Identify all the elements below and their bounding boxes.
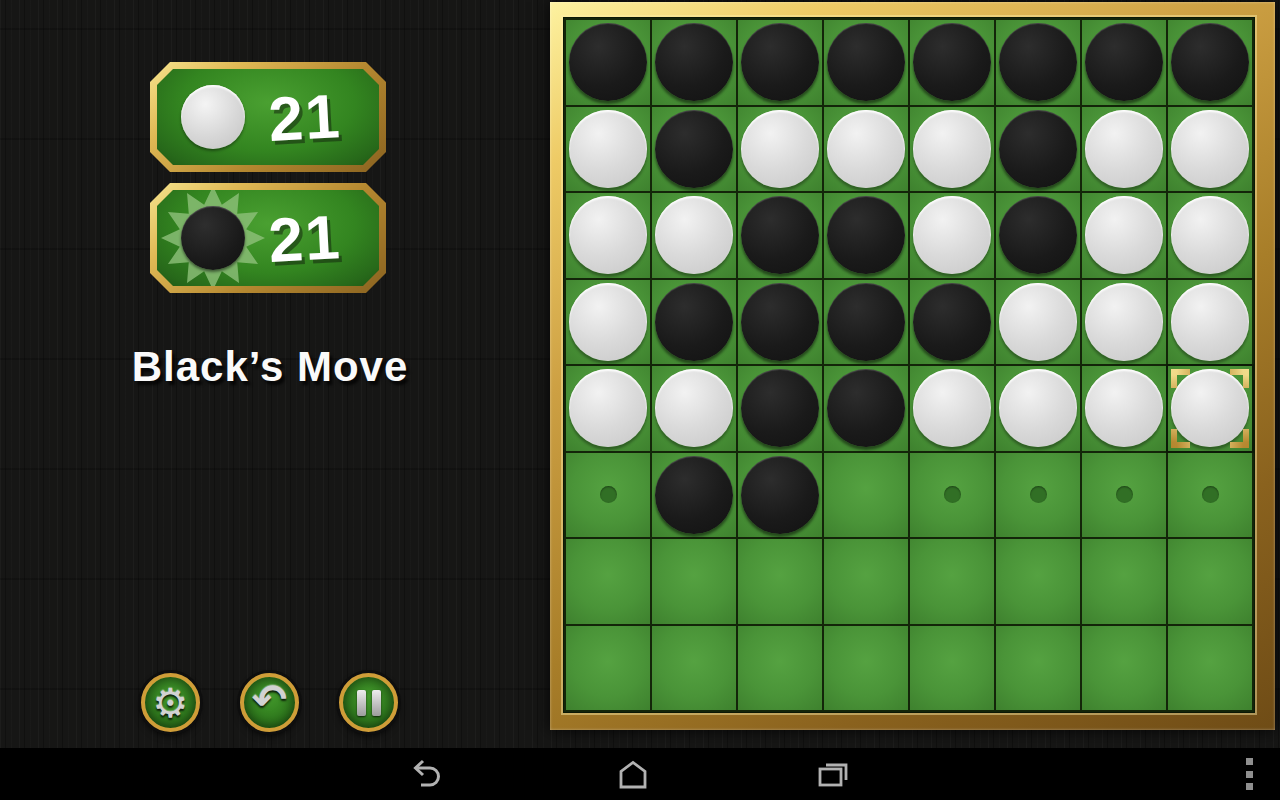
white-disc xyxy=(1171,196,1248,274)
black-disc xyxy=(999,110,1076,188)
board-cell-e6[interactable] xyxy=(910,453,994,538)
white-disc xyxy=(1085,369,1162,447)
board-cell-g6[interactable] xyxy=(1082,453,1166,538)
white-disc xyxy=(999,369,1076,447)
black-disc xyxy=(999,196,1076,274)
white-score-plaque: 21 xyxy=(150,62,386,172)
board-cell-h3[interactable] xyxy=(1168,193,1252,278)
black-disc xyxy=(827,196,904,274)
white-disc xyxy=(913,196,990,274)
white-disc xyxy=(913,369,990,447)
board-cell-f6[interactable] xyxy=(996,453,1080,538)
black-disc xyxy=(827,369,904,447)
board-cell-d8[interactable] xyxy=(824,626,908,711)
reversi-board-grid xyxy=(563,17,1255,713)
board-cell-h5[interactable] xyxy=(1168,366,1252,451)
board-cell-c1[interactable] xyxy=(738,20,822,105)
board-cell-e3[interactable] xyxy=(910,193,994,278)
white-disc xyxy=(655,369,732,447)
black-disc xyxy=(741,283,818,361)
board-cell-d6[interactable] xyxy=(824,453,908,538)
board-cell-b4[interactable] xyxy=(652,280,736,365)
white-score-plaque-face: 21 xyxy=(157,69,379,165)
board-cell-h7[interactable] xyxy=(1168,539,1252,624)
black-disc xyxy=(655,23,732,101)
board-cell-f5[interactable] xyxy=(996,366,1080,451)
board-cell-c7[interactable] xyxy=(738,539,822,624)
white-disc xyxy=(569,369,646,447)
board-cell-d4[interactable] xyxy=(824,280,908,365)
white-disc-icon xyxy=(181,85,245,149)
gear-icon: ⚙ xyxy=(153,683,189,723)
white-disc xyxy=(569,283,646,361)
board-cell-d5[interactable] xyxy=(824,366,908,451)
board-cell-d1[interactable] xyxy=(824,20,908,105)
white-disc xyxy=(913,110,990,188)
black-disc xyxy=(827,23,904,101)
black-disc xyxy=(913,23,990,101)
board-cell-f4[interactable] xyxy=(996,280,1080,365)
board-cell-b8[interactable] xyxy=(652,626,736,711)
board-gold-frame xyxy=(550,2,1275,730)
board-cell-e1[interactable] xyxy=(910,20,994,105)
white-disc xyxy=(1171,283,1248,361)
android-nav-bar xyxy=(0,748,1280,800)
board-cell-g2[interactable] xyxy=(1082,107,1166,192)
black-score-plaque-face: 21 xyxy=(157,190,379,286)
board-cell-a5[interactable] xyxy=(566,366,650,451)
undo-arrow-icon: ↶ xyxy=(252,679,287,721)
board-cell-e2[interactable] xyxy=(910,107,994,192)
white-disc xyxy=(655,196,732,274)
black-disc xyxy=(655,110,732,188)
black-disc xyxy=(741,196,818,274)
white-disc-icon-circle xyxy=(181,85,245,149)
board-cell-e7[interactable] xyxy=(910,539,994,624)
pause-icon xyxy=(357,690,381,716)
legal-move-hint xyxy=(600,486,617,503)
board-cell-h8[interactable] xyxy=(1168,626,1252,711)
back-icon[interactable] xyxy=(406,757,442,791)
board-cell-c4[interactable] xyxy=(738,280,822,365)
black-disc xyxy=(1171,23,1248,101)
black-disc xyxy=(655,283,732,361)
board-cell-b2[interactable] xyxy=(652,107,736,192)
last-move-marker xyxy=(1168,366,1252,451)
board-cell-a7[interactable] xyxy=(566,539,650,624)
board-cell-b6[interactable] xyxy=(652,453,736,538)
control-button-row: ⚙ ↶ xyxy=(141,673,398,732)
board-cell-b1[interactable] xyxy=(652,20,736,105)
board-cell-d2[interactable] xyxy=(824,107,908,192)
pause-button[interactable] xyxy=(339,673,398,732)
board-cell-c3[interactable] xyxy=(738,193,822,278)
white-disc xyxy=(1085,196,1162,274)
black-disc xyxy=(569,23,646,101)
board-cell-f3[interactable] xyxy=(996,193,1080,278)
recents-icon[interactable] xyxy=(815,757,851,791)
white-score-count: 21 xyxy=(243,78,367,155)
black-disc xyxy=(827,283,904,361)
board-cell-f7[interactable] xyxy=(996,539,1080,624)
board-cell-e5[interactable] xyxy=(910,366,994,451)
black-disc xyxy=(1085,23,1162,101)
board-cell-g1[interactable] xyxy=(1082,20,1166,105)
white-disc xyxy=(827,110,904,188)
white-disc xyxy=(1085,283,1162,361)
legal-move-hint xyxy=(1116,486,1133,503)
board-cell-c8[interactable] xyxy=(738,626,822,711)
board-cell-g3[interactable] xyxy=(1082,193,1166,278)
board-cell-g8[interactable] xyxy=(1082,626,1166,711)
board-cell-a3[interactable] xyxy=(566,193,650,278)
legal-move-hint xyxy=(1202,486,1219,503)
white-disc xyxy=(1171,110,1248,188)
home-icon[interactable] xyxy=(615,757,651,791)
board-cell-d7[interactable] xyxy=(824,539,908,624)
board-cell-c5[interactable] xyxy=(738,366,822,451)
black-disc xyxy=(741,23,818,101)
black-disc-icon xyxy=(181,206,245,270)
board-cell-b5[interactable] xyxy=(652,366,736,451)
reversi-app-screen: 21 21 Black’s Move ⚙ ↶ xyxy=(0,0,1280,800)
board-cell-e4[interactable] xyxy=(910,280,994,365)
black-disc xyxy=(655,456,732,534)
undo-button[interactable]: ↶ xyxy=(240,673,299,732)
white-disc xyxy=(1085,110,1162,188)
board-cell-h1[interactable] xyxy=(1168,20,1252,105)
black-score-plaque: 21 xyxy=(150,183,386,293)
board-cell-b3[interactable] xyxy=(652,193,736,278)
legal-move-hint xyxy=(1030,486,1047,503)
black-disc-icon-circle xyxy=(181,206,245,270)
board-cell-f8[interactable] xyxy=(996,626,1080,711)
white-disc xyxy=(741,110,818,188)
board-cell-h6[interactable] xyxy=(1168,453,1252,538)
board-cell-f1[interactable] xyxy=(996,20,1080,105)
white-disc xyxy=(569,196,646,274)
board-cell-g5[interactable] xyxy=(1082,366,1166,451)
settings-button[interactable]: ⚙ xyxy=(141,673,200,732)
board-cell-c6[interactable] xyxy=(738,453,822,538)
board-cell-h4[interactable] xyxy=(1168,280,1252,365)
legal-move-hint xyxy=(944,486,961,503)
board-cell-e8[interactable] xyxy=(910,626,994,711)
board-cell-a8[interactable] xyxy=(566,626,650,711)
board-cell-g7[interactable] xyxy=(1082,539,1166,624)
black-disc xyxy=(741,456,818,534)
white-disc xyxy=(569,110,646,188)
board-cell-h2[interactable] xyxy=(1168,107,1252,192)
white-disc xyxy=(999,283,1076,361)
board-cell-g4[interactable] xyxy=(1082,280,1166,365)
overflow-menu-icon[interactable] xyxy=(1244,758,1254,790)
board-cell-f2[interactable] xyxy=(996,107,1080,192)
board-cell-a2[interactable] xyxy=(566,107,650,192)
black-disc xyxy=(913,283,990,361)
turn-status-text: Black’s Move xyxy=(0,343,540,391)
board-cell-b7[interactable] xyxy=(652,539,736,624)
board-cell-a1[interactable] xyxy=(566,20,650,105)
board-cell-a4[interactable] xyxy=(566,280,650,365)
board-cell-c2[interactable] xyxy=(738,107,822,192)
black-disc xyxy=(999,23,1076,101)
board-cell-d3[interactable] xyxy=(824,193,908,278)
black-disc xyxy=(741,369,818,447)
black-score-count: 21 xyxy=(243,199,367,276)
board-cell-a6[interactable] xyxy=(566,453,650,538)
